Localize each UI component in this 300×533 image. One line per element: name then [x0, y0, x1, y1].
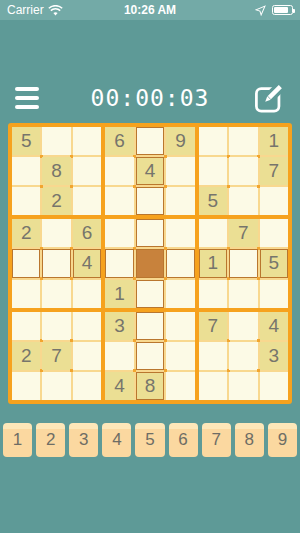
numpad-button-5[interactable]: 5 [135, 423, 164, 457]
cell-r7c4[interactable]: 3 [105, 312, 133, 340]
cell-r7c5[interactable] [136, 312, 164, 340]
cell-r5c3[interactable]: 4 [73, 249, 101, 277]
cell-r6c7[interactable] [199, 280, 227, 308]
cell-r3c2[interactable]: 2 [42, 187, 70, 215]
battery-icon [272, 5, 293, 15]
cell-r5c5[interactable] [136, 249, 164, 277]
cell-r2c6[interactable] [166, 157, 194, 185]
cell-r7c2[interactable] [42, 312, 70, 340]
status-time: 10:26 AM [124, 3, 176, 17]
cell-r1c7[interactable] [199, 127, 227, 155]
cell-r2c3[interactable] [73, 157, 101, 185]
menu-bar [15, 87, 39, 91]
cell-r6c2[interactable] [42, 280, 70, 308]
cell-r9c3[interactable] [73, 372, 101, 400]
cell-r1c3[interactable] [73, 127, 101, 155]
cell-r9c2[interactable] [42, 372, 70, 400]
cell-r4c1[interactable]: 2 [12, 219, 40, 247]
cell-r6c5[interactable] [136, 280, 164, 308]
numpad-button-7[interactable]: 7 [202, 423, 231, 457]
cell-r7c8[interactable] [229, 312, 257, 340]
cell-r1c6[interactable]: 9 [166, 127, 194, 155]
cell-r3c6[interactable] [166, 187, 194, 215]
cell-r4c8[interactable]: 7 [229, 219, 257, 247]
cell-r6c1[interactable] [12, 280, 40, 308]
cell-r1c8[interactable] [229, 127, 257, 155]
block-3-2: 348 [105, 312, 194, 400]
cell-r2c2[interactable]: 8 [42, 157, 70, 185]
cell-r4c2[interactable] [42, 219, 70, 247]
cell-r9c4[interactable]: 4 [105, 372, 133, 400]
cell-r3c9[interactable] [260, 187, 288, 215]
game-timer: 00:00:03 [91, 85, 210, 111]
block-1-3: 175 [199, 127, 288, 215]
cell-r4c4[interactable] [105, 219, 133, 247]
cell-r7c6[interactable] [166, 312, 194, 340]
cell-r5c7[interactable]: 1 [199, 249, 227, 277]
numpad-button-2[interactable]: 2 [36, 423, 65, 457]
cell-r6c9[interactable] [260, 280, 288, 308]
cell-r3c1[interactable] [12, 187, 40, 215]
block-2-3: 715 [199, 219, 288, 307]
cell-r6c6[interactable] [166, 280, 194, 308]
numpad-button-9[interactable]: 9 [268, 423, 297, 457]
cell-r8c4[interactable] [105, 342, 133, 370]
cell-r5c8[interactable] [229, 249, 257, 277]
cell-r6c4[interactable]: 1 [105, 280, 133, 308]
cell-r8c7[interactable] [199, 342, 227, 370]
cell-r1c9[interactable]: 1 [260, 127, 288, 155]
cell-r5c4[interactable] [105, 249, 133, 277]
wifi-icon [48, 5, 63, 16]
numpad-button-8[interactable]: 8 [235, 423, 264, 457]
cell-r3c3[interactable] [73, 187, 101, 215]
cell-r8c5[interactable] [136, 342, 164, 370]
cell-r1c5[interactable] [136, 127, 164, 155]
cell-r9c1[interactable] [12, 372, 40, 400]
block-2-2: 1 [105, 219, 194, 307]
cell-r9c6[interactable] [166, 372, 194, 400]
menu-bar [15, 105, 39, 109]
cell-r7c9[interactable]: 4 [260, 312, 288, 340]
cell-r5c6[interactable] [166, 249, 194, 277]
block-3-3: 743 [199, 312, 288, 400]
cell-r9c9[interactable] [260, 372, 288, 400]
cell-r7c1[interactable] [12, 312, 40, 340]
cell-r6c8[interactable] [229, 280, 257, 308]
cell-r1c2[interactable] [42, 127, 70, 155]
block-3-1: 27 [12, 312, 101, 400]
cell-r6c3[interactable] [73, 280, 101, 308]
sudoku-board: 582694175264171527348743 [8, 123, 292, 404]
menu-bar [15, 96, 39, 100]
cell-r7c7[interactable]: 7 [199, 312, 227, 340]
block-1-1: 582 [12, 127, 101, 215]
cell-r2c4[interactable] [105, 157, 133, 185]
cell-r8c9[interactable]: 3 [260, 342, 288, 370]
block-2-1: 264 [12, 219, 101, 307]
numpad: 123456789 [3, 423, 297, 457]
cell-r2c1[interactable] [12, 157, 40, 185]
cell-r4c7[interactable] [199, 219, 227, 247]
cell-r4c6[interactable] [166, 219, 194, 247]
cell-r3c8[interactable] [229, 187, 257, 215]
cell-r9c5[interactable]: 8 [136, 372, 164, 400]
cell-r9c8[interactable] [229, 372, 257, 400]
cell-r2c7[interactable] [199, 157, 227, 185]
cell-r8c8[interactable] [229, 342, 257, 370]
cell-r1c4[interactable]: 6 [105, 127, 133, 155]
cell-r9c7[interactable] [199, 372, 227, 400]
cell-r2c9[interactable]: 7 [260, 157, 288, 185]
numpad-button-1[interactable]: 1 [3, 423, 32, 457]
cell-r8c6[interactable] [166, 342, 194, 370]
status-bar: Carrier 10:26 AM [0, 0, 300, 20]
cell-r4c5[interactable] [136, 219, 164, 247]
cell-r3c5[interactable] [136, 187, 164, 215]
numpad-button-3[interactable]: 3 [69, 423, 98, 457]
carrier-label: Carrier [7, 3, 44, 17]
numpad-button-6[interactable]: 6 [169, 423, 198, 457]
location-arrow-icon [255, 5, 266, 16]
menu-button[interactable] [15, 87, 39, 109]
numpad-button-4[interactable]: 4 [102, 423, 131, 457]
header: 00:00:03 [0, 80, 300, 116]
cell-r3c7[interactable]: 5 [199, 187, 227, 215]
cell-r4c9[interactable] [260, 219, 288, 247]
cell-r8c3[interactable] [73, 342, 101, 370]
cell-r8c2[interactable]: 7 [42, 342, 70, 370]
cell-r4c3[interactable]: 6 [73, 219, 101, 247]
cell-r5c1[interactable] [12, 249, 40, 277]
cell-r8c1[interactable]: 2 [12, 342, 40, 370]
cell-r5c9[interactable]: 5 [260, 249, 288, 277]
cell-r5c2[interactable] [42, 249, 70, 277]
cell-r2c8[interactable] [229, 157, 257, 185]
cell-r7c3[interactable] [73, 312, 101, 340]
cell-r2c5[interactable]: 4 [136, 157, 164, 185]
block-1-2: 694 [105, 127, 194, 215]
cell-r3c4[interactable] [105, 187, 133, 215]
cell-r1c1[interactable]: 5 [12, 127, 40, 155]
pencil-edit-button[interactable] [252, 82, 285, 115]
